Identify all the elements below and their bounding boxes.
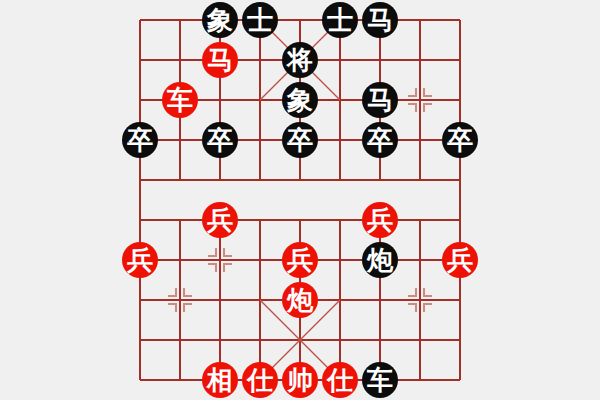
red-general[interactable]: 帅 — [282, 362, 318, 398]
red-advisor[interactable]: 仕 — [322, 362, 358, 398]
black-general[interactable]: 将 — [282, 42, 318, 78]
black-horse[interactable]: 马 — [362, 82, 398, 118]
red-chariot[interactable]: 车 — [162, 82, 198, 118]
red-soldier[interactable]: 兵 — [202, 202, 238, 238]
xiangqi-app: 象士士马马将车象马卒卒卒卒卒兵兵兵兵炮兵炮相仕帅仕车 — [0, 0, 600, 400]
black-soldier[interactable]: 卒 — [442, 122, 478, 158]
black-horse[interactable]: 马 — [362, 2, 398, 38]
black-soldier[interactable]: 卒 — [282, 122, 318, 158]
red-soldier[interactable]: 兵 — [122, 242, 158, 278]
red-soldier[interactable]: 兵 — [442, 242, 478, 278]
red-soldier[interactable]: 兵 — [362, 202, 398, 238]
red-advisor[interactable]: 仕 — [242, 362, 278, 398]
black-elephant[interactable]: 象 — [282, 82, 318, 118]
black-advisor[interactable]: 士 — [322, 2, 358, 38]
black-advisor[interactable]: 士 — [242, 2, 278, 38]
red-cannon[interactable]: 炮 — [282, 282, 318, 318]
red-elephant[interactable]: 相 — [202, 362, 238, 398]
black-chariot[interactable]: 车 — [362, 362, 398, 398]
black-elephant[interactable]: 象 — [202, 2, 238, 38]
red-soldier[interactable]: 兵 — [282, 242, 318, 278]
piece-layer: 象士士马马将车象马卒卒卒卒卒兵兵兵兵炮兵炮相仕帅仕车 — [120, 0, 480, 400]
black-soldier[interactable]: 卒 — [202, 122, 238, 158]
black-soldier[interactable]: 卒 — [362, 122, 398, 158]
black-cannon[interactable]: 炮 — [362, 242, 398, 278]
red-horse[interactable]: 马 — [202, 42, 238, 78]
xiangqi-board: 象士士马马将车象马卒卒卒卒卒兵兵兵兵炮兵炮相仕帅仕车 — [0, 0, 600, 400]
black-soldier[interactable]: 卒 — [122, 122, 158, 158]
